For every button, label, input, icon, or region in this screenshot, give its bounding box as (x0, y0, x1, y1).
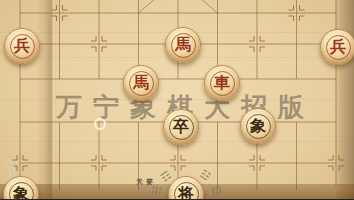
piece-ring: 兵 (326, 35, 351, 60)
piece-red-pawn-i3[interactable]: 兵 (320, 29, 354, 65)
piece-ring: 卒 (169, 115, 194, 140)
piece-red-horse-d4[interactable]: 馬 (123, 65, 159, 101)
piece-ring: 馬 (171, 33, 196, 58)
piece-red-horse-e3[interactable]: 馬 (165, 27, 201, 63)
piece-red-pawn-a3[interactable]: 兵 (4, 28, 40, 64)
piece-ring: 兵 (10, 34, 35, 59)
piece-label: 象 (13, 186, 29, 200)
piece-label: 車 (214, 75, 230, 91)
piece-label: 兵 (330, 39, 346, 55)
piece-red-chariot-f4[interactable]: 車 (204, 65, 240, 101)
piece-ring: 象 (9, 182, 34, 200)
piece-label: 将 (178, 186, 194, 200)
piece-label: 兵 (14, 38, 30, 54)
piece-black-elephant-g5[interactable]: 象 (240, 108, 276, 144)
piece-black-soldier-e5[interactable]: 卒 (163, 109, 199, 145)
piece-label: 馬 (133, 75, 149, 91)
piece-ring: 将 (174, 182, 199, 200)
piece-label: 卒 (173, 119, 189, 135)
piece-ring: 車 (210, 71, 235, 96)
piece-label: 馬 (175, 37, 191, 53)
piece-ring: 馬 (129, 71, 154, 96)
piece-label: 象 (250, 118, 266, 134)
xiangqi-board-screen[interactable]: 万宁象棋大招版 ☶☳☵☲ 天要 兵馬兵馬車卒象象将 (0, 0, 354, 199)
piece-ring: 象 (246, 114, 271, 139)
